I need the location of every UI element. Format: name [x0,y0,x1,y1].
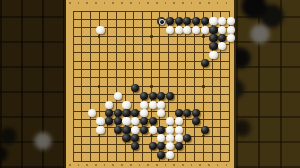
intersection[interactable] [138,57,147,65]
intersection[interactable] [164,140,173,148]
intersection[interactable] [199,57,208,65]
intersection[interactable] [190,99,199,107]
intersection[interactable] [216,74,225,82]
intersection[interactable] [156,140,165,148]
intersection[interactable] [190,40,199,48]
intersection[interactable] [216,149,225,157]
intersection[interactable] [216,107,225,115]
intersection[interactable] [147,24,156,32]
intersection[interactable] [69,124,78,132]
intersection[interactable] [86,107,95,115]
background-dim-overlay [236,0,300,168]
intersection[interactable] [147,90,156,98]
intersection[interactable] [190,15,199,23]
intersection[interactable] [112,32,121,40]
intersection[interactable] [216,40,225,48]
intersection[interactable] [77,57,86,65]
intersection[interactable] [199,24,208,32]
intersection[interactable] [86,57,95,65]
intersection[interactable] [138,90,147,98]
intersection[interactable] [138,7,147,15]
intersection[interactable] [164,90,173,98]
intersection[interactable] [147,49,156,57]
intersection[interactable] [199,7,208,15]
intersection[interactable] [225,107,234,115]
intersection[interactable] [182,49,191,57]
intersection[interactable] [138,40,147,48]
intersection[interactable] [190,90,199,98]
intersection[interactable] [121,82,130,90]
intersection[interactable] [199,107,208,115]
intersection[interactable] [103,132,112,140]
intersection[interactable] [69,15,78,23]
intersection[interactable] [112,149,121,157]
intersection[interactable] [208,74,217,82]
intersection[interactable] [121,24,130,32]
intersection[interactable] [156,90,165,98]
intersection[interactable] [147,115,156,123]
intersection[interactable] [216,140,225,148]
intersection[interactable] [208,132,217,140]
intersection[interactable] [225,49,234,57]
intersection[interactable] [103,90,112,98]
intersection[interactable] [69,7,78,15]
intersection[interactable] [199,74,208,82]
intersection[interactable] [156,15,165,23]
intersection[interactable] [69,107,78,115]
intersection[interactable] [173,132,182,140]
intersection[interactable] [156,82,165,90]
intersection[interactable] [112,82,121,90]
intersection[interactable] [112,65,121,73]
intersection[interactable] [216,132,225,140]
intersection[interactable] [103,15,112,23]
white-stone [88,109,96,117]
intersection[interactable] [86,140,95,148]
intersection[interactable] [199,140,208,148]
intersection[interactable] [173,49,182,57]
intersection[interactable] [121,115,130,123]
intersection[interactable] [208,82,217,90]
intersection[interactable] [208,32,217,40]
intersection[interactable] [182,90,191,98]
intersection[interactable] [95,149,104,157]
intersection[interactable] [138,115,147,123]
intersection[interactable] [182,57,191,65]
intersection[interactable] [225,15,234,23]
intersection[interactable] [112,140,121,148]
intersection[interactable] [121,49,130,57]
intersection[interactable] [225,124,234,132]
intersection[interactable] [225,90,234,98]
intersection[interactable] [121,149,130,157]
intersection[interactable] [130,24,139,32]
intersection[interactable] [69,49,78,57]
intersection[interactable] [103,40,112,48]
intersection[interactable] [173,115,182,123]
intersection[interactable] [77,40,86,48]
intersection[interactable] [86,15,95,23]
intersection[interactable] [182,15,191,23]
intersection[interactable] [86,49,95,57]
intersection[interactable] [77,82,86,90]
intersection[interactable] [225,24,234,32]
intersection[interactable] [225,149,234,157]
intersection[interactable] [156,7,165,15]
intersection[interactable] [173,65,182,73]
intersection[interactable] [164,40,173,48]
intersection[interactable] [121,132,130,140]
intersection[interactable] [69,65,78,73]
intersection[interactable] [103,24,112,32]
intersection[interactable] [208,124,217,132]
intersection[interactable] [208,115,217,123]
intersection[interactable] [95,7,104,15]
intersection[interactable] [199,40,208,48]
intersection[interactable] [121,107,130,115]
intersection[interactable] [138,140,147,148]
intersection[interactable] [147,15,156,23]
intersection[interactable] [77,99,86,107]
intersection[interactable] [112,40,121,48]
intersection[interactable] [190,7,199,15]
intersection[interactable] [130,40,139,48]
intersection[interactable] [77,90,86,98]
intersection[interactable] [95,57,104,65]
intersection[interactable] [156,124,165,132]
intersection[interactable] [103,140,112,148]
intersection[interactable] [173,90,182,98]
intersection[interactable] [69,132,78,140]
intersection[interactable] [95,115,104,123]
intersection[interactable] [121,57,130,65]
intersection[interactable] [199,49,208,57]
intersection[interactable] [95,65,104,73]
intersection[interactable] [112,49,121,57]
intersection[interactable] [173,99,182,107]
intersection[interactable] [103,99,112,107]
intersection[interactable] [173,7,182,15]
intersection[interactable] [173,82,182,90]
intersection[interactable] [112,15,121,23]
intersection[interactable] [182,99,191,107]
intersection[interactable] [225,32,234,40]
intersection[interactable] [69,32,78,40]
intersection[interactable] [182,124,191,132]
intersection[interactable] [69,82,78,90]
intersection[interactable] [173,40,182,48]
intersection[interactable] [182,7,191,15]
intersection[interactable] [208,107,217,115]
intersection[interactable] [138,82,147,90]
intersection[interactable] [121,15,130,23]
intersection[interactable] [77,124,86,132]
intersection[interactable] [69,99,78,107]
intersection[interactable] [130,32,139,40]
intersection[interactable] [95,40,104,48]
intersection[interactable] [86,99,95,107]
intersection[interactable] [208,15,217,23]
screenshot-stage [0,0,300,168]
intersection[interactable] [199,115,208,123]
intersection[interactable] [190,49,199,57]
intersection[interactable] [138,149,147,157]
intersection[interactable] [225,65,234,73]
intersection[interactable] [121,40,130,48]
intersection[interactable] [182,74,191,82]
intersection[interactable] [208,40,217,48]
goban-grid[interactable] [69,7,234,165]
intersection[interactable] [121,7,130,15]
white-stone [166,151,174,159]
intersection[interactable] [156,74,165,82]
intersection[interactable] [164,7,173,15]
intersection[interactable] [156,57,165,65]
intersection[interactable] [103,65,112,73]
intersection[interactable] [208,149,217,157]
intersection[interactable] [77,65,86,73]
intersection[interactable] [190,82,199,90]
black-stone [122,126,130,134]
intersection[interactable] [147,82,156,90]
intersection[interactable] [173,24,182,32]
intersection[interactable] [77,140,86,148]
intersection[interactable] [173,57,182,65]
intersection[interactable] [77,49,86,57]
intersection[interactable] [95,140,104,148]
intersection[interactable] [77,132,86,140]
intersection[interactable] [77,24,86,32]
intersection[interactable] [173,140,182,148]
intersection[interactable] [103,82,112,90]
intersection[interactable] [69,90,78,98]
intersection[interactable] [86,74,95,82]
intersection[interactable] [138,65,147,73]
intersection[interactable] [130,82,139,90]
intersection[interactable] [121,74,130,82]
intersection[interactable] [86,7,95,15]
intersection[interactable] [95,107,104,115]
intersection[interactable] [69,115,78,123]
intersection[interactable] [95,15,104,23]
intersection[interactable] [182,40,191,48]
white-stone [140,101,148,109]
intersection[interactable] [164,24,173,32]
white-stone [122,117,130,125]
intersection[interactable] [130,74,139,82]
intersection[interactable] [199,90,208,98]
intersection[interactable] [182,82,191,90]
intersection[interactable] [173,107,182,115]
intersection[interactable] [199,99,208,107]
intersection[interactable] [138,24,147,32]
intersection[interactable] [190,57,199,65]
white-stone [209,51,217,59]
intersection[interactable] [182,65,191,73]
black-stone [209,34,217,42]
intersection[interactable] [190,149,199,157]
intersection[interactable] [216,82,225,90]
intersection[interactable] [216,90,225,98]
intersection[interactable] [112,74,121,82]
intersection[interactable] [86,149,95,157]
intersection[interactable] [208,99,217,107]
intersection[interactable] [164,107,173,115]
intersection[interactable] [130,65,139,73]
intersection[interactable] [208,140,217,148]
intersection[interactable] [199,124,208,132]
intersection[interactable] [95,74,104,82]
intersection[interactable] [103,149,112,157]
intersection[interactable] [156,40,165,48]
go-board[interactable] [64,0,236,168]
intersection[interactable] [138,49,147,57]
intersection[interactable] [147,32,156,40]
intersection[interactable] [103,7,112,15]
intersection[interactable] [112,90,121,98]
intersection[interactable] [69,140,78,148]
intersection[interactable] [208,7,217,15]
intersection[interactable] [130,7,139,15]
intersection[interactable] [225,132,234,140]
intersection[interactable] [69,149,78,157]
intersection[interactable] [216,7,225,15]
intersection[interactable] [77,7,86,15]
intersection[interactable] [86,65,95,73]
intersection[interactable] [216,115,225,123]
intersection[interactable] [86,82,95,90]
intersection[interactable] [77,15,86,23]
intersection[interactable] [190,140,199,148]
intersection[interactable] [164,65,173,73]
intersection[interactable] [190,65,199,73]
intersection[interactable] [225,7,234,15]
intersection[interactable] [112,57,121,65]
intersection[interactable] [103,49,112,57]
intersection[interactable] [225,57,234,65]
intersection[interactable] [103,115,112,123]
intersection[interactable] [130,49,139,57]
intersection[interactable] [216,65,225,73]
intersection[interactable] [208,65,217,73]
intersection[interactable] [95,90,104,98]
intersection[interactable] [112,115,121,123]
intersection[interactable] [225,82,234,90]
intersection[interactable] [216,124,225,132]
intersection[interactable] [86,32,95,40]
intersection[interactable] [147,140,156,148]
intersection[interactable] [69,74,78,82]
intersection[interactable] [77,149,86,157]
intersection[interactable] [95,99,104,107]
intersection[interactable] [147,74,156,82]
intersection[interactable] [86,40,95,48]
intersection[interactable] [190,132,199,140]
intersection[interactable] [138,15,147,23]
intersection[interactable] [225,115,234,123]
intersection[interactable] [86,124,95,132]
intersection[interactable] [216,15,225,23]
intersection[interactable] [164,82,173,90]
intersection[interactable] [112,7,121,15]
intersection[interactable] [182,107,191,115]
intersection[interactable] [156,49,165,57]
intersection[interactable] [77,107,86,115]
intersection[interactable] [130,99,139,107]
intersection[interactable] [77,115,86,123]
intersection[interactable] [95,49,104,57]
intersection[interactable] [164,74,173,82]
intersection[interactable] [121,65,130,73]
intersection[interactable] [77,74,86,82]
intersection[interactable] [147,7,156,15]
intersection[interactable] [138,32,147,40]
intersection[interactable] [130,107,139,115]
intersection[interactable] [190,115,199,123]
intersection[interactable] [199,149,208,157]
intersection[interactable] [190,74,199,82]
intersection[interactable] [199,15,208,23]
intersection[interactable] [130,140,139,148]
intersection[interactable] [147,57,156,65]
intersection[interactable] [216,57,225,65]
intersection[interactable] [112,107,121,115]
intersection[interactable] [130,15,139,23]
intersection[interactable] [182,132,191,140]
intersection[interactable] [182,149,191,157]
intersection[interactable] [164,49,173,57]
intersection[interactable] [121,99,130,107]
intersection[interactable] [225,74,234,82]
intersection[interactable] [216,99,225,107]
intersection[interactable] [173,15,182,23]
intersection[interactable] [147,65,156,73]
intersection[interactable] [208,90,217,98]
intersection[interactable] [164,57,173,65]
intersection[interactable] [95,24,104,32]
intersection[interactable] [112,24,121,32]
intersection[interactable] [190,107,199,115]
intersection[interactable] [156,32,165,40]
intersection[interactable] [225,99,234,107]
black-stone [122,109,130,117]
intersection[interactable] [199,82,208,90]
intersection[interactable] [103,57,112,65]
intersection[interactable] [130,115,139,123]
intersection[interactable] [69,24,78,32]
intersection[interactable] [69,40,78,48]
intersection[interactable] [138,74,147,82]
intersection[interactable] [121,32,130,40]
intersection[interactable] [173,74,182,82]
intersection[interactable] [130,57,139,65]
intersection[interactable] [156,65,165,73]
intersection[interactable] [86,90,95,98]
intersection[interactable] [95,82,104,90]
intersection[interactable] [121,90,130,98]
intersection[interactable] [164,15,173,23]
intersection[interactable] [69,57,78,65]
intersection[interactable] [86,24,95,32]
intersection[interactable] [103,32,112,40]
intersection[interactable] [77,32,86,40]
intersection[interactable] [225,140,234,148]
intersection[interactable] [164,115,173,123]
intersection[interactable] [103,74,112,82]
intersection[interactable] [147,99,156,107]
intersection[interactable] [86,132,95,140]
intersection[interactable] [147,40,156,48]
